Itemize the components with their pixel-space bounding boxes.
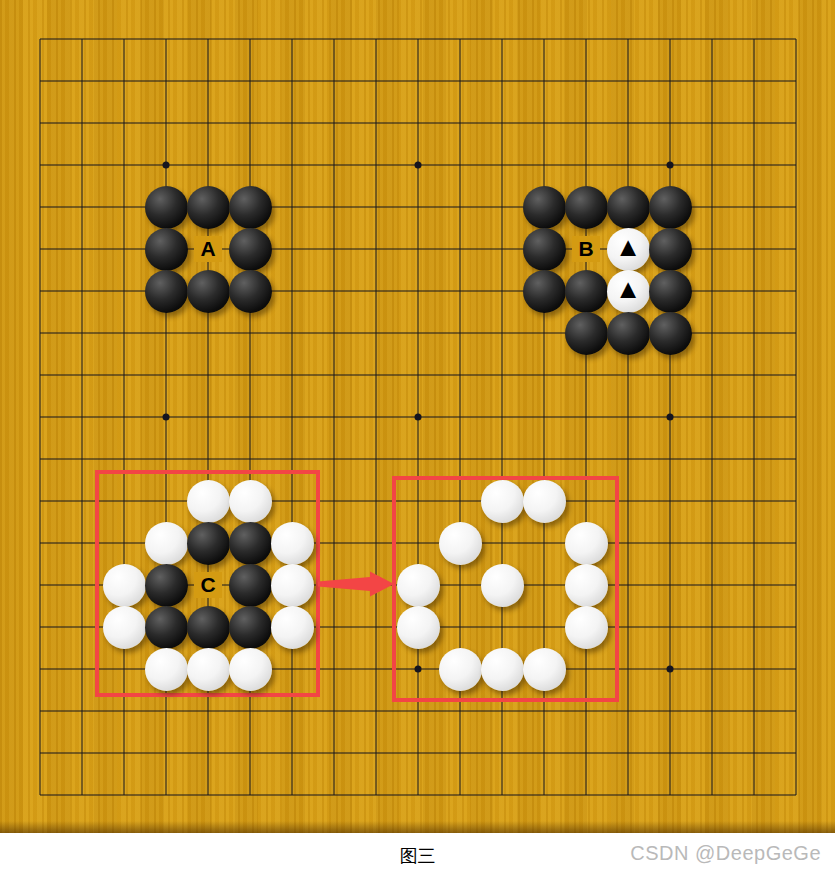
transform-arrow-icon [0,0,835,833]
figure: ▲▲ABC 图三 CSDN @DeepGeGe [0,0,835,878]
watermark: CSDN @DeepGeGe [630,842,821,865]
caption-bar: 图三 CSDN @DeepGeGe [0,833,835,878]
go-board: ▲▲ABC [0,0,835,833]
